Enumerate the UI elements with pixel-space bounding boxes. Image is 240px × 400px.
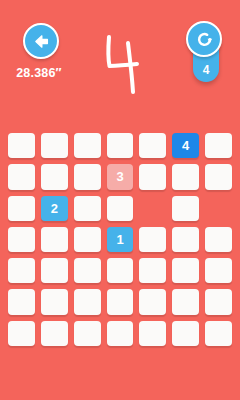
board-cell[interactable] bbox=[172, 227, 199, 252]
level-number bbox=[103, 34, 140, 96]
board-cell[interactable] bbox=[74, 289, 101, 314]
board-cell[interactable] bbox=[8, 227, 35, 252]
counter-badge: 4 bbox=[193, 63, 219, 77]
board-cell[interactable] bbox=[205, 164, 232, 189]
board-cell[interactable] bbox=[139, 289, 166, 314]
board-cell[interactable] bbox=[41, 133, 68, 158]
board-cell[interactable] bbox=[74, 133, 101, 158]
board-cell[interactable] bbox=[74, 227, 101, 252]
board-cell[interactable] bbox=[205, 258, 232, 283]
board-cell[interactable] bbox=[41, 227, 68, 252]
board-cell[interactable] bbox=[172, 289, 199, 314]
board-cell[interactable] bbox=[74, 321, 101, 346]
board-cell[interactable] bbox=[8, 258, 35, 283]
board-hole bbox=[139, 196, 166, 221]
board-cell[interactable] bbox=[139, 164, 166, 189]
board-cell[interactable] bbox=[205, 133, 232, 158]
board-cell[interactable] bbox=[41, 289, 68, 314]
board-cell[interactable] bbox=[8, 196, 35, 221]
board-cell[interactable] bbox=[8, 133, 35, 158]
board-cell[interactable]: 2 bbox=[41, 196, 68, 221]
board-cell[interactable] bbox=[107, 133, 134, 158]
board-cell[interactable]: 4 bbox=[172, 133, 199, 158]
restart-button[interactable] bbox=[186, 21, 222, 57]
board-cell[interactable] bbox=[172, 164, 199, 189]
timer-label: 28.386″ bbox=[1, 66, 77, 80]
board-cell[interactable] bbox=[172, 196, 199, 221]
board-cell[interactable] bbox=[139, 258, 166, 283]
board-cell[interactable] bbox=[172, 321, 199, 346]
board-cell[interactable] bbox=[41, 321, 68, 346]
board-cell[interactable] bbox=[8, 321, 35, 346]
board-hole bbox=[205, 196, 232, 221]
board-cell[interactable] bbox=[205, 227, 232, 252]
board-grid: 4321 bbox=[8, 133, 232, 346]
board-cell[interactable]: 3 bbox=[107, 164, 134, 189]
board-cell[interactable] bbox=[205, 321, 232, 346]
board-cell[interactable] bbox=[139, 133, 166, 158]
board-cell[interactable] bbox=[107, 258, 134, 283]
back-arrow-icon bbox=[32, 32, 51, 51]
board-cell[interactable] bbox=[41, 164, 68, 189]
board-cell[interactable] bbox=[41, 258, 68, 283]
board-cell[interactable] bbox=[107, 196, 134, 221]
restart-icon bbox=[195, 30, 214, 49]
board-cell[interactable] bbox=[107, 321, 134, 346]
board-cell[interactable] bbox=[74, 164, 101, 189]
board-cell[interactable] bbox=[8, 164, 35, 189]
back-button[interactable] bbox=[23, 23, 59, 59]
board-cell[interactable] bbox=[74, 196, 101, 221]
board-cell[interactable] bbox=[205, 289, 232, 314]
board-cell[interactable] bbox=[139, 227, 166, 252]
board-cell[interactable] bbox=[74, 258, 101, 283]
board-cell[interactable] bbox=[107, 289, 134, 314]
board-cell[interactable] bbox=[139, 321, 166, 346]
board-cell[interactable] bbox=[172, 258, 199, 283]
game-screen: 28.386″ 4 4321 bbox=[0, 0, 240, 400]
board-cell[interactable] bbox=[8, 289, 35, 314]
board-cell[interactable]: 1 bbox=[107, 227, 134, 252]
